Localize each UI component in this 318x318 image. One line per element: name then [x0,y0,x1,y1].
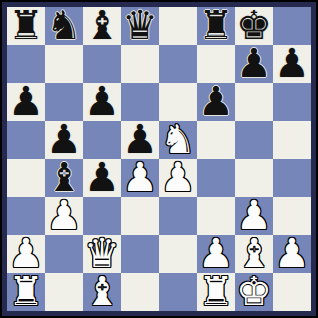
square-f3[interactable] [197,197,235,235]
piece-black-pawn[interactable]: ♟ [198,83,234,120]
square-c2[interactable]: ♛ [83,235,121,273]
square-b5[interactable]: ♟ [45,121,83,159]
square-f7[interactable] [197,45,235,83]
square-e2[interactable] [159,235,197,273]
square-a7[interactable] [7,45,45,83]
square-a5[interactable] [7,121,45,159]
square-b4[interactable]: ♝ [45,159,83,197]
square-b7[interactable] [45,45,83,83]
square-g8[interactable]: ♚ [235,7,273,45]
square-c6[interactable]: ♟ [83,83,121,121]
piece-black-rook[interactable]: ♜ [198,7,234,44]
square-d3[interactable] [121,197,159,235]
square-e8[interactable] [159,7,197,45]
square-d1[interactable] [121,273,159,311]
square-c8[interactable]: ♝ [83,7,121,45]
piece-black-pawn[interactable]: ♟ [8,83,44,120]
piece-black-pawn[interactable]: ♟ [236,45,272,82]
square-a6[interactable]: ♟ [7,83,45,121]
chessboard: ♜♞♝♛♜♚♟♟♟♟♟♟♟♞♝♟♟♟♟♟♟♛♟♝♟♜♝♜♚ [7,7,311,311]
square-c7[interactable] [83,45,121,83]
square-h2[interactable]: ♟ [273,235,311,273]
piece-white-pawn[interactable]: ♟ [122,159,158,196]
square-f8[interactable]: ♜ [197,7,235,45]
piece-white-bishop[interactable]: ♝ [84,273,120,310]
square-d2[interactable] [121,235,159,273]
square-g3[interactable]: ♟ [235,197,273,235]
square-h5[interactable] [273,121,311,159]
square-e6[interactable] [159,83,197,121]
piece-black-knight[interactable]: ♞ [46,7,82,44]
piece-black-queen[interactable]: ♛ [122,7,158,44]
square-a2[interactable]: ♟ [7,235,45,273]
square-d7[interactable] [121,45,159,83]
square-c1[interactable]: ♝ [83,273,121,311]
square-b8[interactable]: ♞ [45,7,83,45]
piece-white-knight[interactable]: ♞ [160,121,196,158]
piece-white-pawn[interactable]: ♟ [198,235,234,272]
piece-black-bishop[interactable]: ♝ [84,7,120,44]
piece-white-pawn[interactable]: ♟ [8,235,44,272]
square-e5[interactable]: ♞ [159,121,197,159]
square-f6[interactable]: ♟ [197,83,235,121]
square-f1[interactable]: ♜ [197,273,235,311]
square-h3[interactable] [273,197,311,235]
square-b6[interactable] [45,83,83,121]
square-g6[interactable] [235,83,273,121]
piece-black-pawn[interactable]: ♟ [274,45,310,82]
square-d5[interactable]: ♟ [121,121,159,159]
square-e4[interactable]: ♟ [159,159,197,197]
piece-white-bishop[interactable]: ♝ [236,235,272,272]
piece-black-pawn[interactable]: ♟ [46,121,82,158]
square-h8[interactable] [273,7,311,45]
square-h6[interactable] [273,83,311,121]
piece-black-bishop[interactable]: ♝ [46,159,82,196]
square-h7[interactable]: ♟ [273,45,311,83]
square-a1[interactable]: ♜ [7,273,45,311]
piece-white-queen[interactable]: ♛ [84,235,120,272]
square-d4[interactable]: ♟ [121,159,159,197]
piece-black-pawn[interactable]: ♟ [84,83,120,120]
piece-black-pawn[interactable]: ♟ [84,159,120,196]
piece-white-king[interactable]: ♚ [236,273,272,310]
square-c4[interactable]: ♟ [83,159,121,197]
piece-black-king[interactable]: ♚ [236,7,272,44]
square-a3[interactable] [7,197,45,235]
piece-white-rook[interactable]: ♜ [198,273,234,310]
square-e1[interactable] [159,273,197,311]
square-g5[interactable] [235,121,273,159]
square-e7[interactable] [159,45,197,83]
square-b1[interactable] [45,273,83,311]
square-g1[interactable]: ♚ [235,273,273,311]
square-f2[interactable]: ♟ [197,235,235,273]
square-g7[interactable]: ♟ [235,45,273,83]
square-b2[interactable] [45,235,83,273]
square-d8[interactable]: ♛ [121,7,159,45]
board-frame: ♜♞♝♛♜♚♟♟♟♟♟♟♟♞♝♟♟♟♟♟♟♛♟♝♟♜♝♜♚ [0,0,318,318]
square-f4[interactable] [197,159,235,197]
square-f5[interactable] [197,121,235,159]
square-c3[interactable] [83,197,121,235]
square-e3[interactable] [159,197,197,235]
piece-white-pawn[interactable]: ♟ [160,159,196,196]
piece-black-pawn[interactable]: ♟ [122,121,158,158]
square-c5[interactable] [83,121,121,159]
square-d6[interactable] [121,83,159,121]
piece-white-pawn[interactable]: ♟ [46,197,82,234]
square-a4[interactable] [7,159,45,197]
square-a8[interactable]: ♜ [7,7,45,45]
square-g2[interactable]: ♝ [235,235,273,273]
piece-white-pawn[interactable]: ♟ [274,235,310,272]
square-h4[interactable] [273,159,311,197]
square-g4[interactable] [235,159,273,197]
square-b3[interactable]: ♟ [45,197,83,235]
piece-white-rook[interactable]: ♜ [8,273,44,310]
square-h1[interactable] [273,273,311,311]
piece-white-pawn[interactable]: ♟ [236,197,272,234]
board-inner-frame: ♜♞♝♛♜♚♟♟♟♟♟♟♟♞♝♟♟♟♟♟♟♛♟♝♟♜♝♜♚ [2,2,316,316]
piece-black-rook[interactable]: ♜ [8,7,44,44]
